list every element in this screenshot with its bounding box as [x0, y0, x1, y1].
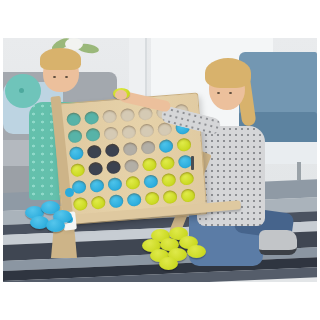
board-cell-r4c5 [140, 155, 159, 173]
board-cell-r6c7 [178, 186, 197, 204]
empty-hole [123, 141, 138, 155]
board-cell-r4c1 [68, 160, 87, 178]
board-cell-r2c4 [119, 122, 138, 140]
blue-disc [69, 146, 84, 160]
empty-hole [87, 144, 102, 158]
board-cell-r5c7 [177, 169, 196, 187]
girl-eye [217, 92, 220, 94]
metal-latch [191, 156, 194, 170]
empty-hole [84, 110, 99, 124]
board-cell-r4c6 [158, 153, 177, 171]
armchair-leg [297, 162, 301, 180]
photo [3, 38, 317, 282]
board-cell-r3c2 [85, 142, 104, 160]
empty-hole [139, 123, 154, 137]
blue-disc [143, 174, 158, 188]
board-cell-r2c2 [83, 125, 102, 143]
yellow-disc [181, 188, 196, 202]
board-cell-r2c1 [65, 127, 84, 145]
board-cell-r3c6 [156, 136, 175, 154]
board-cell-r6c5 [142, 189, 161, 207]
empty-hole [102, 109, 117, 123]
board-cell-r6c6 [160, 187, 179, 205]
board-cell-r3c5 [138, 138, 157, 156]
board-cell-r2c3 [101, 124, 120, 142]
empty-hole [124, 158, 139, 172]
loose-blue-disc [46, 219, 65, 232]
yellow-disc [125, 175, 140, 189]
board-cell-r3c1 [67, 144, 86, 162]
board-cell-r1c4 [118, 105, 137, 123]
board-cell-r3c4 [121, 139, 140, 157]
board-cell-r4c2 [86, 159, 105, 177]
yellow-disc [163, 189, 178, 203]
yellow-disc [73, 197, 88, 211]
boy-eye [65, 76, 68, 78]
board-cell-r4c3 [104, 158, 123, 176]
yellow-disc [160, 156, 175, 170]
photo-page [0, 0, 320, 320]
yellow-disc [177, 137, 192, 151]
girl-eye [229, 92, 232, 94]
blue-disc [159, 139, 174, 153]
empty-hole [105, 143, 120, 157]
board-cell-r1c1 [64, 110, 83, 128]
yellow-disc [142, 157, 157, 171]
empty-hole [85, 127, 100, 141]
loose-yellow-disc [187, 245, 206, 258]
blue-disc [109, 194, 124, 208]
loose-yellow-disc [159, 257, 178, 270]
blue-disc [107, 177, 122, 191]
empty-hole [141, 140, 156, 154]
girl-sneaker [259, 230, 297, 255]
empty-hole [66, 112, 81, 126]
empty-hole [121, 124, 136, 138]
board-cell-r6c1 [71, 194, 90, 212]
empty-hole [68, 129, 83, 143]
girl-hair [205, 58, 251, 88]
board-cell-r3c7 [174, 135, 193, 153]
blue-disc [89, 178, 104, 192]
empty-hole [103, 126, 118, 140]
board-cell-r5c6 [159, 170, 178, 188]
yellow-disc [179, 171, 194, 185]
board-cell-r1c2 [82, 108, 101, 126]
board-cell-r4c4 [122, 156, 141, 174]
blue-knob [65, 188, 74, 197]
board-cell-r5c5 [141, 172, 160, 190]
girl-hand [115, 90, 127, 100]
board-cell-r3c3 [103, 141, 122, 159]
board-cell-r5c2 [87, 176, 106, 194]
board-cell-r2c5 [137, 121, 156, 139]
board-cell-r6c4 [125, 190, 144, 208]
yellow-disc [161, 172, 176, 186]
empty-hole [106, 160, 121, 174]
pillow-button [19, 88, 24, 93]
board-cell-r5c4 [123, 173, 142, 191]
empty-hole [120, 108, 135, 122]
empty-hole [88, 161, 103, 175]
boy-hair [40, 48, 81, 70]
board-cell-r6c3 [107, 192, 126, 210]
boy-eye [53, 76, 56, 78]
board-cell-r5c3 [105, 175, 124, 193]
board-cell-r6c2 [89, 193, 108, 211]
yellow-disc [91, 195, 106, 209]
yellow-disc [145, 191, 160, 205]
blue-disc [127, 192, 142, 206]
yellow-disc [70, 163, 85, 177]
board-cell-r1c3 [100, 107, 119, 125]
